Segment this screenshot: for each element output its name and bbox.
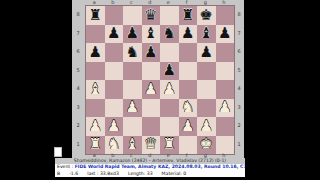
white-rook-a1: ♜ [89, 137, 102, 152]
white-bishop-c1: ♝ [126, 137, 139, 152]
square-f8: ♜ [179, 6, 198, 25]
coord-label-8: 8 [234, 5, 244, 24]
coord-label-3: 3 [73, 98, 83, 117]
white-pawn-b2: ♟ [107, 118, 120, 133]
white-rook-e1: ♜ [163, 137, 176, 152]
square-h6 [216, 43, 235, 62]
white-bishop-a4: ♝ [89, 81, 102, 96]
square-e2 [160, 117, 179, 136]
white-pawn-e4: ♟ [163, 81, 176, 96]
coord-label-5: 5 [73, 61, 83, 80]
side-to-move: B [57, 170, 60, 177]
square-g7: ♝ [197, 25, 216, 44]
square-h7: ♟ [216, 25, 235, 44]
square-c2 [123, 117, 142, 136]
square-f3: ♞ [179, 99, 198, 118]
white-pawn-f2: ♟ [181, 118, 194, 133]
rank-labels-right: 87654321 [234, 5, 244, 153]
square-h8 [216, 6, 235, 25]
square-b3 [105, 99, 124, 118]
white-pawn-d4: ♟ [144, 81, 157, 96]
square-c7: ♟ [123, 25, 142, 44]
square-a6: ♟ [86, 43, 105, 62]
square-e8 [160, 6, 179, 25]
square-f5 [179, 62, 198, 81]
black-pawn-f7: ♟ [181, 26, 194, 41]
square-h5 [216, 62, 235, 81]
black-bishop-d7: ♝ [144, 26, 157, 41]
coord-label-1: 1 [73, 135, 83, 154]
square-g2: ♟ [197, 117, 216, 136]
square-d3 [142, 99, 161, 118]
coord-label-8: 8 [73, 5, 83, 24]
coord-label-4: 4 [234, 79, 244, 98]
square-b4 [105, 80, 124, 99]
square-b6 [105, 43, 124, 62]
black-knight-e7: ♞ [163, 26, 176, 41]
black-bishop-g7: ♝ [200, 26, 213, 41]
square-c8 [123, 6, 142, 25]
black-pawn-a6: ♟ [89, 44, 102, 59]
black-pawn-h7: ♟ [218, 26, 231, 41]
material-balance: Material: 0 [162, 170, 187, 177]
white-king-g1: ♚ [200, 137, 213, 152]
black-pawn-g6: ♟ [200, 44, 213, 59]
rank-labels-left: 87654321 [73, 5, 83, 153]
square-b5 [105, 62, 124, 81]
event-value: FIDE World Rapid Team, Almaty KAZ, 2024.… [75, 164, 245, 169]
square-c4 [123, 80, 142, 99]
coord-label-7: 7 [73, 24, 83, 43]
black-pawn-d6: ♟ [144, 44, 157, 59]
square-d2 [142, 117, 161, 136]
coord-label-6: 6 [234, 42, 244, 61]
coord-label-3: 3 [234, 98, 244, 117]
white-knight-b1: ♞ [107, 137, 120, 152]
footer: Shamsiddinov, Ramazon (2482) – Artemiev,… [55, 158, 245, 177]
coord-label-1: 1 [234, 135, 244, 154]
black-rook-a8: ♜ [89, 7, 102, 22]
square-a3 [86, 99, 105, 118]
white-pawn-c3: ♟ [126, 100, 139, 115]
square-e3 [160, 99, 179, 118]
black-pawn-c7: ♟ [126, 26, 139, 41]
square-a8: ♜ [86, 6, 105, 25]
square-g6: ♟ [197, 43, 216, 62]
white-pawn-g2: ♟ [200, 118, 213, 133]
square-f6 [179, 43, 198, 62]
black-king-g8: ♚ [200, 7, 213, 22]
square-e5: ♟ [160, 62, 179, 81]
coord-label-6: 6 [73, 42, 83, 61]
square-f7: ♟ [179, 25, 198, 44]
status-line: B -1.6 last : 33.Bxd3 Length: 33 Materia… [55, 170, 245, 177]
game-length: Length: 33 [128, 170, 153, 177]
square-d6: ♟ [142, 43, 161, 62]
square-a2: ♟ [86, 117, 105, 136]
watermark-box [54, 147, 62, 157]
white-pawn-h3: ♟ [218, 100, 231, 115]
square-h3: ♟ [216, 99, 235, 118]
square-g4 [197, 80, 216, 99]
square-a4: ♝ [86, 80, 105, 99]
coord-label-2: 2 [234, 116, 244, 135]
square-c3: ♟ [123, 99, 142, 118]
square-d5 [142, 62, 161, 81]
coord-label-5: 5 [234, 61, 244, 80]
square-b2: ♟ [105, 117, 124, 136]
square-e6 [160, 43, 179, 62]
last-move: last : 33.Bxd3 [87, 170, 119, 177]
black-pawn-e5: ♟ [163, 63, 176, 78]
square-h2 [216, 117, 235, 136]
square-h4 [216, 80, 235, 99]
square-f2: ♟ [179, 117, 198, 136]
square-e4: ♟ [160, 80, 179, 99]
square-b7: ♟ [105, 25, 124, 44]
white-knight-f3: ♞ [181, 100, 194, 115]
square-a7 [86, 25, 105, 44]
black-queen-d8: ♛ [144, 7, 157, 22]
square-d7: ♝ [142, 25, 161, 44]
square-b8 [105, 6, 124, 25]
square-g3 [197, 99, 216, 118]
square-c5 [123, 62, 142, 81]
square-g8: ♚ [197, 6, 216, 25]
square-a5 [86, 62, 105, 81]
black-pawn-b7: ♟ [107, 26, 120, 41]
coord-label-4: 4 [73, 79, 83, 98]
black-knight-c6: ♞ [126, 44, 139, 59]
square-d4: ♟ [142, 80, 161, 99]
black-rook-f8: ♜ [181, 7, 194, 22]
coord-label-2: 2 [73, 116, 83, 135]
white-pawn-a2: ♟ [89, 118, 102, 133]
square-d8: ♛ [142, 6, 161, 25]
square-f4 [179, 80, 198, 99]
square-g5 [197, 62, 216, 81]
engine-eval: -1.6 [69, 170, 78, 177]
square-c6: ♞ [123, 43, 142, 62]
square-e7: ♞ [160, 25, 179, 44]
white-queen-d1: ♛ [144, 137, 157, 152]
video-frame: abcdefgh 87654321 87654321 ♜♛♜♚♟♟♝♞♟♝♟♟♞… [0, 0, 320, 180]
event-label: Event : [57, 164, 73, 169]
coord-label-7: 7 [234, 24, 244, 43]
chess-board: ♜♛♜♚♟♟♝♞♟♝♟♟♞♟♟♟♝♟♟♟♞♟♟♟♟♟♜♞♝♛♜♚ [85, 5, 235, 155]
